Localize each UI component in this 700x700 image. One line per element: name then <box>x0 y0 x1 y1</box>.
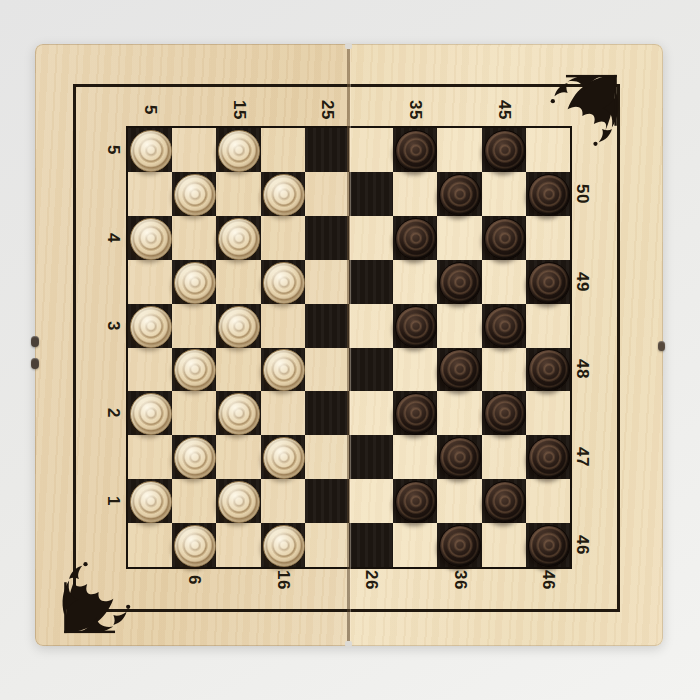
coordinate-label-bottom-46: 46 <box>539 570 556 590</box>
dark-square[interactable] <box>128 479 172 523</box>
dark-square[interactable] <box>261 260 305 304</box>
light-square <box>128 348 172 392</box>
light-square <box>526 216 570 260</box>
light-checker[interactable] <box>263 174 305 216</box>
light-square <box>437 391 481 435</box>
coordinate-label-top-35: 35 <box>407 100 424 120</box>
dark-checker[interactable] <box>439 349 481 391</box>
light-square <box>437 216 481 260</box>
clasp-latch <box>31 336 39 347</box>
light-square <box>526 391 570 435</box>
coordinate-label-left-2: 2 <box>105 408 122 418</box>
dark-checker[interactable] <box>484 218 526 260</box>
dark-square[interactable] <box>172 172 216 216</box>
dark-checker[interactable] <box>528 525 570 567</box>
light-square <box>216 523 260 567</box>
coordinate-label-right-46: 46 <box>574 535 591 555</box>
light-square <box>172 479 216 523</box>
light-square <box>128 435 172 479</box>
dark-square[interactable] <box>305 304 349 348</box>
coordinate-label-left-4: 4 <box>105 233 122 243</box>
coordinate-label-left-1: 1 <box>105 496 122 506</box>
dark-square[interactable] <box>128 304 172 348</box>
light-square <box>261 128 305 172</box>
dark-checker[interactable] <box>439 262 481 304</box>
board-fold-seam <box>347 44 350 646</box>
dark-square[interactable] <box>393 216 437 260</box>
coordinate-label-bottom-16: 16 <box>274 570 291 590</box>
dark-square[interactable] <box>437 523 481 567</box>
light-square <box>482 523 526 567</box>
light-square <box>261 391 305 435</box>
dark-square[interactable] <box>349 172 393 216</box>
dark-square[interactable] <box>393 304 437 348</box>
light-square <box>349 391 393 435</box>
light-checker[interactable] <box>130 130 172 172</box>
dark-square[interactable] <box>482 304 526 348</box>
fold-hinge-gap <box>345 43 352 49</box>
light-square <box>526 304 570 348</box>
dark-square[interactable] <box>393 128 437 172</box>
light-square <box>437 128 481 172</box>
dark-square[interactable] <box>482 128 526 172</box>
dark-square[interactable] <box>216 128 260 172</box>
dark-square[interactable] <box>349 435 393 479</box>
light-square <box>305 172 349 216</box>
dark-checker[interactable] <box>395 306 437 348</box>
light-checker[interactable] <box>130 481 172 523</box>
light-square <box>305 523 349 567</box>
dark-square[interactable] <box>172 260 216 304</box>
dark-checker[interactable] <box>528 174 570 216</box>
light-square <box>482 172 526 216</box>
dark-square[interactable] <box>393 391 437 435</box>
dark-square[interactable] <box>437 260 481 304</box>
light-checker[interactable] <box>130 218 172 260</box>
dark-square[interactable] <box>482 216 526 260</box>
coordinate-label-bottom-36: 36 <box>451 570 468 590</box>
light-square <box>349 304 393 348</box>
light-square <box>526 479 570 523</box>
dark-square[interactable] <box>526 435 570 479</box>
dark-checker[interactable] <box>439 174 481 216</box>
light-square <box>261 216 305 260</box>
light-checker[interactable] <box>218 130 260 172</box>
dark-checker[interactable] <box>395 481 437 523</box>
coordinate-label-bottom-26: 26 <box>363 570 380 590</box>
dark-square[interactable] <box>261 523 305 567</box>
light-square <box>437 304 481 348</box>
dark-square[interactable] <box>216 216 260 260</box>
light-square <box>349 128 393 172</box>
light-square <box>172 391 216 435</box>
light-checker[interactable] <box>174 262 216 304</box>
dark-square[interactable] <box>437 172 481 216</box>
light-square <box>305 348 349 392</box>
light-square <box>261 479 305 523</box>
light-square <box>216 172 260 216</box>
dark-square[interactable] <box>261 435 305 479</box>
dark-square[interactable] <box>305 128 349 172</box>
light-square <box>393 523 437 567</box>
dark-checker[interactable] <box>484 306 526 348</box>
light-square <box>482 435 526 479</box>
dark-square[interactable] <box>305 391 349 435</box>
dark-checker[interactable] <box>484 130 526 172</box>
dark-checker[interactable] <box>439 437 481 479</box>
light-checker[interactable] <box>174 349 216 391</box>
dark-square[interactable] <box>216 391 260 435</box>
dark-checker[interactable] <box>484 481 526 523</box>
dark-checker[interactable] <box>528 349 570 391</box>
light-checker[interactable] <box>263 437 305 479</box>
light-square <box>482 348 526 392</box>
dark-checker[interactable] <box>528 437 570 479</box>
light-square <box>437 479 481 523</box>
dark-square[interactable] <box>526 523 570 567</box>
clasp-latch <box>31 358 39 369</box>
light-square <box>393 260 437 304</box>
coordinate-label-left-3: 3 <box>105 321 122 331</box>
light-checker[interactable] <box>130 393 172 435</box>
light-square <box>393 435 437 479</box>
dark-checker[interactable] <box>395 393 437 435</box>
dark-square[interactable] <box>216 304 260 348</box>
dark-square[interactable] <box>482 391 526 435</box>
dark-square[interactable] <box>437 348 481 392</box>
light-square <box>349 479 393 523</box>
coordinate-label-top-45: 45 <box>495 100 512 120</box>
dark-square[interactable] <box>349 260 393 304</box>
light-checker[interactable] <box>218 306 260 348</box>
dark-square[interactable] <box>305 479 349 523</box>
light-square <box>393 172 437 216</box>
dark-square[interactable] <box>526 260 570 304</box>
dark-square[interactable] <box>172 435 216 479</box>
light-square <box>128 523 172 567</box>
dark-square[interactable] <box>128 216 172 260</box>
light-checker[interactable] <box>174 174 216 216</box>
coordinate-label-bottom-6: 6 <box>186 575 203 585</box>
light-square <box>216 348 260 392</box>
dark-square[interactable] <box>349 523 393 567</box>
light-checker[interactable] <box>263 262 305 304</box>
fold-hinge-gap <box>345 641 352 647</box>
light-square <box>261 304 305 348</box>
light-square <box>393 348 437 392</box>
coordinate-label-right-47: 47 <box>574 447 591 467</box>
light-square <box>172 216 216 260</box>
light-square <box>305 435 349 479</box>
light-square <box>172 128 216 172</box>
dark-square[interactable] <box>437 435 481 479</box>
light-square <box>482 260 526 304</box>
dark-checker[interactable] <box>395 130 437 172</box>
light-square <box>128 260 172 304</box>
dark-square[interactable] <box>216 479 260 523</box>
dark-checker[interactable] <box>439 525 481 567</box>
clasp-latch <box>658 341 665 351</box>
dark-checker[interactable] <box>484 393 526 435</box>
light-checker[interactable] <box>263 349 305 391</box>
dark-square[interactable] <box>128 391 172 435</box>
light-square <box>349 216 393 260</box>
coordinate-label-left-5: 5 <box>105 145 122 155</box>
coordinate-label-top-5: 5 <box>142 105 159 115</box>
light-checker[interactable] <box>218 481 260 523</box>
photo-background: 515253545616263646543215049484746 <box>0 0 700 700</box>
coordinate-label-right-50: 50 <box>574 184 591 204</box>
light-checker[interactable] <box>218 393 260 435</box>
coordinate-label-top-15: 15 <box>230 100 247 120</box>
light-checker[interactable] <box>174 437 216 479</box>
dark-square[interactable] <box>128 128 172 172</box>
coordinate-label-top-25: 25 <box>318 100 335 120</box>
coordinate-label-right-48: 48 <box>574 359 591 379</box>
dark-checker[interactable] <box>395 218 437 260</box>
dark-square[interactable] <box>172 348 216 392</box>
dark-square[interactable] <box>526 172 570 216</box>
dark-square[interactable] <box>482 479 526 523</box>
dark-square[interactable] <box>526 348 570 392</box>
light-square <box>526 128 570 172</box>
light-checker[interactable] <box>218 218 260 260</box>
coordinate-label-right-49: 49 <box>574 272 591 292</box>
wooden-checkers-board: 515253545616263646543215049484746 <box>35 44 663 646</box>
dark-square[interactable] <box>349 348 393 392</box>
light-square <box>216 260 260 304</box>
dark-square[interactable] <box>393 479 437 523</box>
dark-square[interactable] <box>172 523 216 567</box>
dark-square[interactable] <box>305 216 349 260</box>
light-square <box>172 304 216 348</box>
light-square <box>216 435 260 479</box>
light-checker[interactable] <box>130 306 172 348</box>
dark-checker[interactable] <box>528 262 570 304</box>
light-square <box>305 260 349 304</box>
dark-square[interactable] <box>261 348 305 392</box>
light-checker[interactable] <box>174 525 216 567</box>
light-checker[interactable] <box>263 525 305 567</box>
light-square <box>128 172 172 216</box>
dark-square[interactable] <box>261 172 305 216</box>
